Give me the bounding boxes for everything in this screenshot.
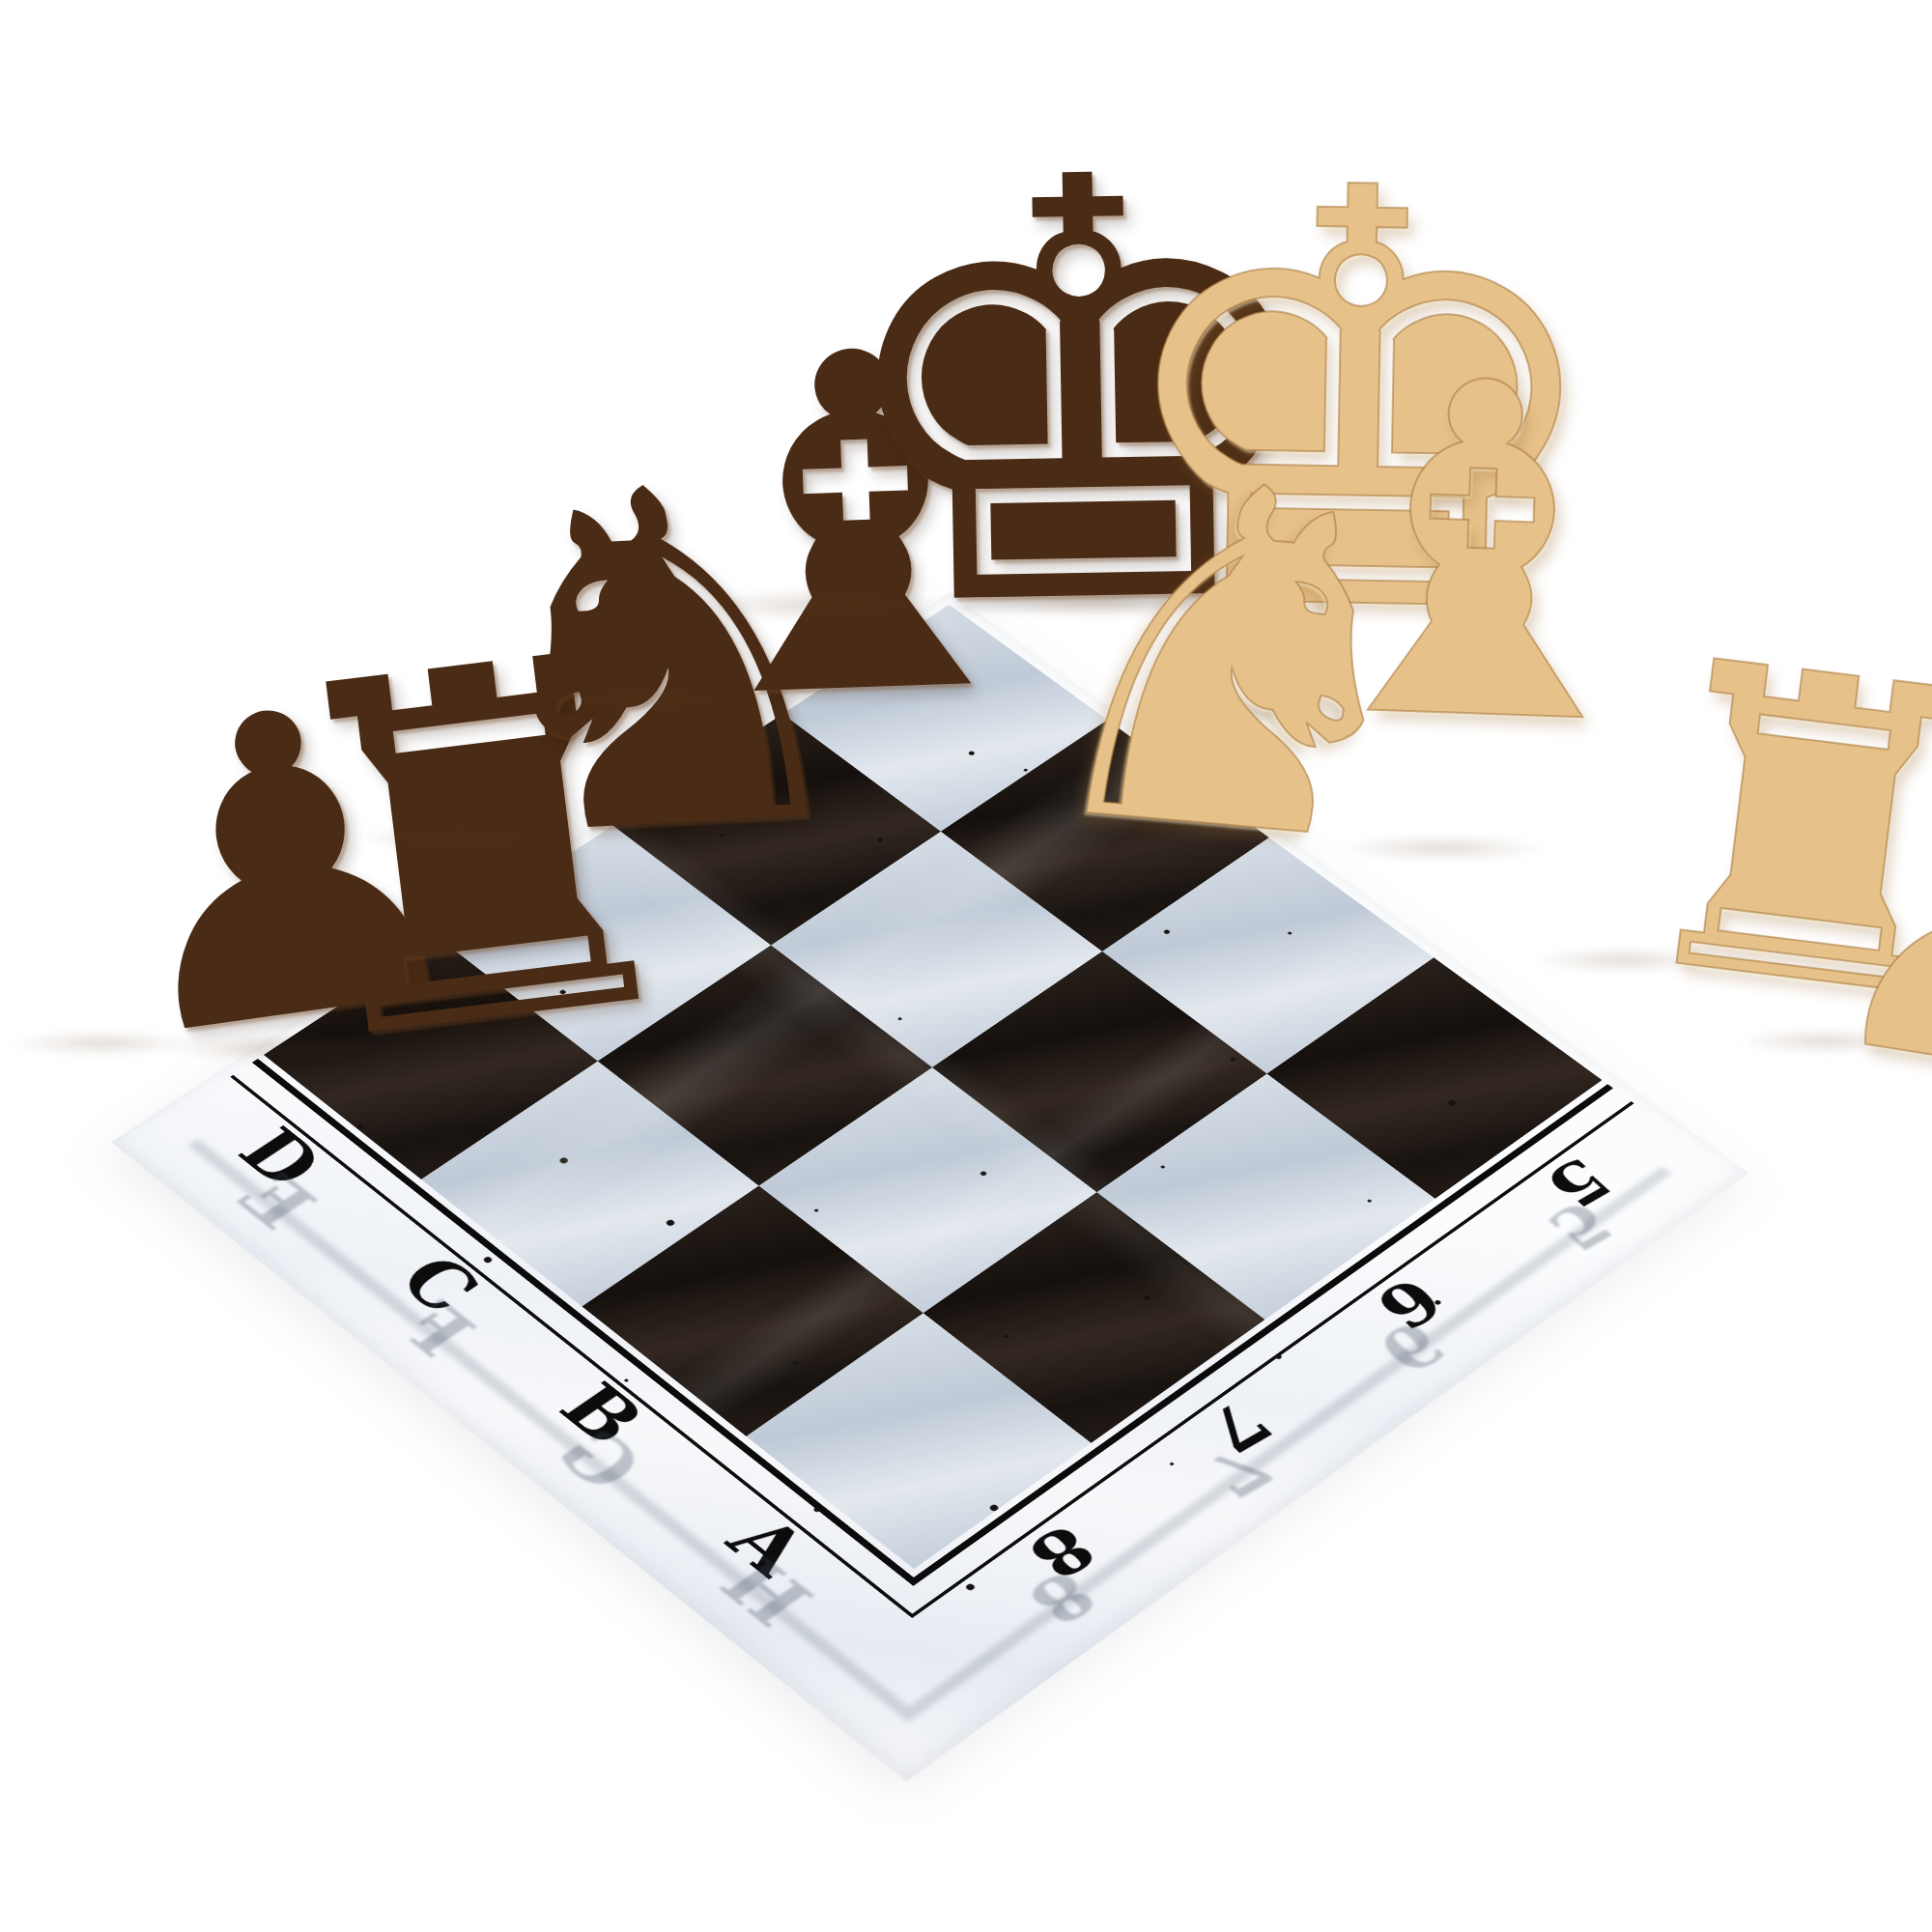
dark-pawn-glyph: ♟ [72,689,130,1100]
chess-set-product-photo: DCBA 5678 EFGH 5678 ♟♜♞♝♚♚♝♞♜♟ [0,0,1932,1932]
chess-pieces: ♟♜♞♝♚♚♝♞♜♟ [0,0,1932,1932]
